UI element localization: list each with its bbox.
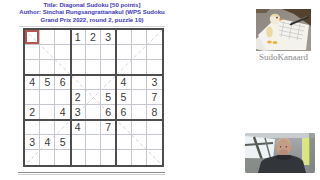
- sudoku-cell[interactable]: [116, 60, 131, 75]
- sudoku-cell[interactable]: 4: [40, 135, 55, 150]
- sudoku-cell[interactable]: [86, 120, 101, 135]
- sudoku-cell[interactable]: [40, 45, 55, 60]
- duck-eye: [276, 17, 278, 19]
- sudoku-cell[interactable]: [132, 60, 147, 75]
- webcam-view: [245, 133, 315, 173]
- sudoku-cell[interactable]: [86, 135, 101, 150]
- sudoku-cell[interactable]: 5: [55, 135, 70, 150]
- sudoku-cell[interactable]: [132, 30, 147, 45]
- sudoku-cell[interactable]: 8: [147, 105, 162, 120]
- sudoku-cell[interactable]: [147, 150, 162, 165]
- puzzle-author-line: Author: Sinchai Rungsangrattanakul (WPS …: [19, 9, 165, 16]
- sudoku-cells: 12345643255724366847345: [25, 30, 162, 165]
- sudoku-cell[interactable]: [147, 30, 162, 45]
- sudoku-cell[interactable]: [147, 120, 162, 135]
- puzzle-info: Title: Diagonal Sudoku [50 points] Autho…: [19, 2, 165, 24]
- sudoku-cell[interactable]: [40, 120, 55, 135]
- sudoku-cell[interactable]: [101, 135, 116, 150]
- sudoku-cell[interactable]: 7: [101, 120, 116, 135]
- channel-logo-photo: [256, 9, 311, 51]
- sudoku-cell[interactable]: [132, 135, 147, 150]
- sudoku-cell[interactable]: 5: [101, 90, 116, 105]
- title-separator: [19, 26, 165, 27]
- logo-photo-graphic: [256, 9, 311, 51]
- sudoku-cell[interactable]: 4: [55, 105, 70, 120]
- sudoku-cell[interactable]: 6: [55, 75, 70, 90]
- sudoku-cell[interactable]: [132, 150, 147, 165]
- sudoku-cell[interactable]: [86, 105, 101, 120]
- sudoku-cell[interactable]: [101, 45, 116, 60]
- sudoku-cell[interactable]: 4: [116, 75, 131, 90]
- duck-foot: [273, 41, 278, 44]
- sudoku-cell[interactable]: [55, 90, 70, 105]
- sudoku-cell[interactable]: [147, 60, 162, 75]
- sudoku-cell[interactable]: [116, 30, 131, 45]
- green-background-band: [302, 138, 310, 165]
- sudoku-cell[interactable]: [40, 60, 55, 75]
- sudoku-cell[interactable]: 2: [86, 30, 101, 45]
- sudoku-cell[interactable]: [55, 120, 70, 135]
- sudoku-cell[interactable]: [40, 90, 55, 105]
- sudoku-cell[interactable]: [132, 90, 147, 105]
- sudoku-cell[interactable]: 3: [147, 75, 162, 90]
- sudoku-cell[interactable]: [101, 60, 116, 75]
- duck-foot: [267, 41, 272, 44]
- sudoku-cell[interactable]: [116, 150, 131, 165]
- sudoku-cell[interactable]: 4: [25, 75, 40, 90]
- sudoku-cell[interactable]: [147, 135, 162, 150]
- sudoku-cell[interactable]: [86, 45, 101, 60]
- sudoku-cell[interactable]: [25, 150, 40, 165]
- sudoku-cell[interactable]: [132, 75, 147, 90]
- sudoku-cell[interactable]: [101, 75, 116, 90]
- sudoku-cell[interactable]: 6: [101, 105, 116, 120]
- sudoku-grid: 12345643255724366847345: [23, 28, 164, 167]
- box-border-vertical: [70, 30, 72, 165]
- puzzle-title-line: Title: Diagonal Sudoku [50 points]: [19, 2, 165, 9]
- sudoku-cell[interactable]: [40, 150, 55, 165]
- sudoku-cell[interactable]: [132, 45, 147, 60]
- sudoku-cell[interactable]: [132, 120, 147, 135]
- sudoku-cell[interactable]: 3: [101, 30, 116, 45]
- sudoku-cell[interactable]: [25, 90, 40, 105]
- sudoku-cell[interactable]: 2: [25, 105, 40, 120]
- selected-cell-highlight: [25, 30, 39, 44]
- sudoku-cell[interactable]: [55, 30, 70, 45]
- sudoku-cell[interactable]: [25, 30, 40, 45]
- window: [245, 136, 275, 160]
- sudoku-cell[interactable]: [71, 75, 86, 90]
- sudoku-cell[interactable]: [86, 90, 101, 105]
- sudoku-cell[interactable]: 5: [116, 90, 131, 105]
- box-border-horizontal: [25, 119, 162, 121]
- sudoku-cell[interactable]: [71, 45, 86, 60]
- sudoku-cell[interactable]: [71, 60, 86, 75]
- sudoku-cell[interactable]: 3: [25, 135, 40, 150]
- sudoku-cell[interactable]: 6: [116, 105, 131, 120]
- channel-name: SudoKanaard: [248, 52, 319, 62]
- box-border-horizontal: [25, 74, 162, 76]
- sudoku-cell[interactable]: [25, 60, 40, 75]
- webcam-graphic: [245, 133, 315, 173]
- sudoku-cell[interactable]: 3: [71, 105, 86, 120]
- sudoku-cell[interactable]: [116, 135, 131, 150]
- sudoku-cell[interactable]: [116, 120, 131, 135]
- sudoku-cell[interactable]: [71, 150, 86, 165]
- sudoku-cell[interactable]: [116, 45, 131, 60]
- sudoku-cell[interactable]: [40, 30, 55, 45]
- puzzle-source-line: Grand Prix 2022, round 2, puzzle 10): [19, 17, 165, 24]
- sudoku-cell[interactable]: [40, 105, 55, 120]
- sudoku-cell[interactable]: 2: [71, 90, 86, 105]
- sudoku-cell[interactable]: [86, 60, 101, 75]
- sudoku-cell[interactable]: 7: [147, 90, 162, 105]
- sudoku-cell[interactable]: [86, 150, 101, 165]
- sudoku-cell[interactable]: 5: [40, 75, 55, 90]
- sudoku-cell[interactable]: [86, 75, 101, 90]
- grid-bottom-separator: [18, 172, 165, 175]
- sudoku-cell[interactable]: [147, 45, 162, 60]
- sudoku-cell[interactable]: 1: [71, 30, 86, 45]
- sudoku-cell[interactable]: [55, 60, 70, 75]
- sudoku-cell[interactable]: 4: [71, 120, 86, 135]
- sudoku-cell[interactable]: [25, 120, 40, 135]
- sudoku-cell[interactable]: [55, 150, 70, 165]
- sudoku-cell[interactable]: [55, 45, 70, 60]
- sudoku-cell[interactable]: [25, 45, 40, 60]
- box-border-vertical: [115, 30, 117, 165]
- sudoku-cell[interactable]: [71, 135, 86, 150]
- sudoku-cell[interactable]: [101, 150, 116, 165]
- sudoku-cell[interactable]: [132, 105, 147, 120]
